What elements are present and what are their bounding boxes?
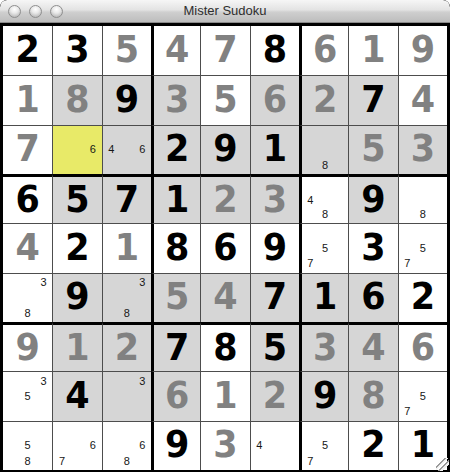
given-digit: 9 bbox=[165, 428, 189, 464]
cell-r3c9[interactable]: 3 bbox=[398, 125, 447, 174]
pencil-mark-7: 7 bbox=[303, 454, 318, 469]
cell-r1c1[interactable]: 2 bbox=[3, 26, 52, 75]
pencil-mark-5: 5 bbox=[415, 241, 430, 256]
cell-r9c6[interactable]: 4 bbox=[250, 421, 299, 470]
given-digit: 2 bbox=[165, 132, 189, 168]
cell-r5c3[interactable]: 1 bbox=[102, 223, 151, 272]
pencil-mark-3: 3 bbox=[135, 373, 150, 388]
cell-r7c9[interactable]: 6 bbox=[398, 322, 447, 371]
given-digit: 2 bbox=[361, 428, 385, 464]
pencil-mark-8: 8 bbox=[415, 208, 430, 223]
user-digit: 3 bbox=[411, 132, 435, 168]
user-digit: 1 bbox=[213, 378, 237, 414]
cell-r6c9[interactable]: 2 bbox=[398, 273, 447, 322]
cell-r2c4[interactable]: 3 bbox=[151, 75, 200, 124]
given-digit: 5 bbox=[65, 182, 89, 218]
pencil-mark-5 bbox=[70, 438, 85, 453]
pencil-mark-3 bbox=[333, 127, 348, 142]
cell-r5c1[interactable]: 4 bbox=[3, 223, 52, 272]
cell-r1c3[interactable]: 5 bbox=[102, 26, 151, 75]
pencil-mark-9 bbox=[431, 404, 446, 419]
cell-r7c8[interactable]: 4 bbox=[348, 322, 397, 371]
cell-r4c7[interactable]: 48 bbox=[299, 174, 348, 223]
pencil-mark-7 bbox=[4, 404, 20, 419]
sudoku-board: 2354786191893562747646291853657123489842… bbox=[0, 23, 450, 472]
pencil-mark-3 bbox=[135, 423, 150, 438]
given-digit: 7 bbox=[115, 182, 139, 218]
given-digit: 8 bbox=[213, 330, 237, 366]
pencil-marks: 46 bbox=[104, 127, 150, 173]
user-digit: 1 bbox=[15, 82, 39, 118]
given-digit: 4 bbox=[65, 378, 89, 414]
cell-r1c5[interactable]: 7 bbox=[200, 26, 249, 75]
pencil-mark-1 bbox=[303, 127, 318, 142]
pencil-mark-4 bbox=[104, 290, 119, 305]
pencil-mark-6 bbox=[36, 389, 52, 404]
cell-r5c5[interactable]: 6 bbox=[200, 223, 249, 272]
cell-r2c5[interactable]: 5 bbox=[200, 75, 249, 124]
pencil-mark-3 bbox=[85, 127, 100, 142]
pencil-mark-5: 5 bbox=[20, 389, 36, 404]
pencil-mark-9 bbox=[283, 454, 298, 469]
cell-r8c6[interactable]: 2 bbox=[250, 371, 299, 420]
pencil-mark-1 bbox=[104, 373, 119, 388]
pencil-mark-7: 7 bbox=[400, 256, 415, 271]
cell-r5c2[interactable]: 2 bbox=[52, 223, 101, 272]
cell-r4c4[interactable]: 1 bbox=[151, 174, 200, 223]
window-title: Mister Sudoku bbox=[183, 0, 266, 22]
user-digit: 3 bbox=[165, 82, 189, 118]
pencil-mark-9 bbox=[36, 404, 52, 419]
cell-r6c5[interactable]: 4 bbox=[200, 273, 249, 322]
cell-r6c4[interactable]: 5 bbox=[151, 273, 200, 322]
user-digit: 1 bbox=[115, 230, 139, 266]
given-digit: 9 bbox=[65, 280, 89, 316]
pencil-marks: 38 bbox=[4, 275, 51, 321]
cell-r9c4[interactable]: 9 bbox=[151, 421, 200, 470]
pencil-marks: 68 bbox=[104, 423, 150, 469]
cell-r2c9[interactable]: 4 bbox=[398, 75, 447, 124]
pencil-mark-3 bbox=[36, 423, 52, 438]
pencil-mark-9 bbox=[431, 208, 446, 223]
pencil-mark-5 bbox=[119, 290, 134, 305]
user-digit: 5 bbox=[213, 82, 237, 118]
pencil-marks: 6 bbox=[54, 127, 100, 173]
app-window: Mister Sudoku 23547861918935627476462918… bbox=[0, 0, 450, 472]
pencil-mark-4 bbox=[400, 193, 415, 208]
pencil-mark-8 bbox=[70, 454, 85, 469]
pencil-mark-4 bbox=[4, 290, 20, 305]
pencil-mark-2 bbox=[119, 373, 134, 388]
pencil-mark-2 bbox=[119, 275, 134, 290]
cell-r3c4[interactable]: 2 bbox=[151, 125, 200, 174]
pencil-mark-6 bbox=[431, 389, 446, 404]
given-digit: 6 bbox=[15, 182, 39, 218]
cell-r8c9[interactable]: 57 bbox=[398, 371, 447, 420]
given-digit: 1 bbox=[263, 132, 287, 168]
pencil-mark-6: 6 bbox=[85, 142, 100, 157]
pencil-mark-9 bbox=[85, 454, 100, 469]
pencil-mark-7 bbox=[104, 306, 119, 321]
pencil-mark-3 bbox=[333, 178, 348, 193]
pencil-mark-6: 6 bbox=[135, 438, 150, 453]
cell-r6c1[interactable]: 38 bbox=[3, 273, 52, 322]
pencil-mark-9 bbox=[135, 306, 150, 321]
pencil-mark-4: 4 bbox=[252, 438, 267, 453]
user-digit: 4 bbox=[15, 230, 39, 266]
pencil-mark-6 bbox=[333, 193, 348, 208]
pencil-mark-6: 6 bbox=[135, 142, 150, 157]
pencil-mark-1 bbox=[104, 423, 119, 438]
pencil-mark-3: 3 bbox=[36, 275, 52, 290]
pencil-mark-1 bbox=[104, 127, 119, 142]
pencil-mark-8 bbox=[70, 158, 85, 173]
cell-r2c7[interactable]: 2 bbox=[299, 75, 348, 124]
given-digit: 1 bbox=[411, 428, 435, 464]
pencil-marks: 3 bbox=[104, 373, 150, 419]
cell-r3c2[interactable]: 6 bbox=[52, 125, 101, 174]
pencil-mark-6 bbox=[135, 290, 150, 305]
given-digit: 5 bbox=[263, 330, 287, 366]
cell-r4c2[interactable]: 5 bbox=[52, 174, 101, 223]
given-digit: 9 bbox=[213, 132, 237, 168]
pencil-mark-1 bbox=[303, 423, 318, 438]
user-digit: 4 bbox=[213, 280, 237, 316]
pencil-mark-2 bbox=[20, 275, 36, 290]
pencil-mark-1 bbox=[400, 373, 415, 388]
user-digit: 9 bbox=[411, 32, 435, 68]
pencil-mark-5 bbox=[415, 193, 430, 208]
cell-r2c2[interactable]: 8 bbox=[52, 75, 101, 124]
pencil-marks: 35 bbox=[4, 373, 51, 419]
pencil-mark-6 bbox=[333, 241, 348, 256]
pencil-mark-8 bbox=[267, 454, 282, 469]
pencil-mark-5 bbox=[318, 142, 333, 157]
pencil-mark-2 bbox=[267, 423, 282, 438]
cell-r4c6[interactable]: 3 bbox=[250, 174, 299, 223]
user-digit: 4 bbox=[411, 82, 435, 118]
pencil-mark-8 bbox=[415, 256, 430, 271]
pencil-mark-8 bbox=[318, 454, 333, 469]
pencil-mark-5: 5 bbox=[318, 438, 333, 453]
resize-grip-icon[interactable] bbox=[436, 458, 449, 471]
cell-r4c1[interactable]: 6 bbox=[3, 174, 52, 223]
pencil-mark-6 bbox=[431, 241, 446, 256]
given-digit: 2 bbox=[411, 280, 435, 316]
cell-r4c9[interactable]: 8 bbox=[398, 174, 447, 223]
user-digit: 2 bbox=[115, 330, 139, 366]
given-digit: 9 bbox=[263, 230, 287, 266]
pencil-mark-9 bbox=[135, 404, 150, 419]
pencil-mark-1 bbox=[4, 423, 20, 438]
cell-r9c3[interactable]: 68 bbox=[102, 421, 151, 470]
pencil-mark-9 bbox=[333, 256, 348, 271]
user-digit: 2 bbox=[213, 182, 237, 218]
cell-r7c2[interactable]: 1 bbox=[52, 322, 101, 371]
pencil-mark-9 bbox=[431, 256, 446, 271]
pencil-mark-2 bbox=[415, 373, 430, 388]
pencil-mark-5: 5 bbox=[20, 438, 36, 453]
cell-r2c8[interactable]: 7 bbox=[348, 75, 397, 124]
cell-r4c5[interactable]: 2 bbox=[200, 174, 249, 223]
pencil-mark-2 bbox=[415, 225, 430, 240]
pencil-marks: 8 bbox=[400, 178, 446, 222]
cell-r6c8[interactable]: 6 bbox=[348, 273, 397, 322]
pencil-mark-2 bbox=[20, 373, 36, 388]
pencil-mark-2 bbox=[415, 178, 430, 193]
given-digit: 2 bbox=[15, 32, 39, 68]
pencil-mark-9 bbox=[333, 454, 348, 469]
close-button[interactable] bbox=[8, 5, 21, 18]
cell-r4c8[interactable]: 9 bbox=[348, 174, 397, 223]
pencil-mark-3 bbox=[431, 225, 446, 240]
cell-r1c6[interactable]: 8 bbox=[250, 26, 299, 75]
pencil-marks: 67 bbox=[54, 423, 100, 469]
pencil-mark-1 bbox=[400, 225, 415, 240]
cell-r4c3[interactable]: 7 bbox=[102, 174, 151, 223]
cell-r8c5[interactable]: 1 bbox=[200, 371, 249, 420]
given-digit: 2 bbox=[65, 230, 89, 266]
pencil-mark-1 bbox=[54, 127, 69, 142]
pencil-mark-7 bbox=[104, 404, 119, 419]
pencil-marks: 57 bbox=[303, 423, 347, 469]
pencil-mark-2 bbox=[119, 423, 134, 438]
pencil-mark-6 bbox=[431, 193, 446, 208]
given-digit: 6 bbox=[213, 230, 237, 266]
user-digit: 6 bbox=[165, 378, 189, 414]
given-digit: 9 bbox=[115, 82, 139, 118]
cell-r3c8[interactable]: 5 bbox=[348, 125, 397, 174]
pencil-marks: 57 bbox=[400, 225, 446, 271]
pencil-mark-6 bbox=[283, 438, 298, 453]
pencil-mark-6 bbox=[333, 438, 348, 453]
pencil-mark-3 bbox=[85, 423, 100, 438]
pencil-mark-2 bbox=[318, 178, 333, 193]
pencil-marks: 4 bbox=[252, 423, 298, 469]
pencil-mark-5 bbox=[119, 142, 134, 157]
pencil-mark-4 bbox=[104, 438, 119, 453]
cell-r1c9[interactable]: 9 bbox=[398, 26, 447, 75]
user-digit: 8 bbox=[65, 82, 89, 118]
pencil-mark-4 bbox=[400, 241, 415, 256]
cell-r1c4[interactable]: 4 bbox=[151, 26, 200, 75]
user-digit: 2 bbox=[313, 82, 337, 118]
pencil-mark-1 bbox=[303, 225, 318, 240]
pencil-mark-7: 7 bbox=[54, 454, 69, 469]
window-titlebar[interactable]: Mister Sudoku bbox=[0, 0, 450, 23]
pencil-mark-5 bbox=[20, 290, 36, 305]
cell-r9c1[interactable]: 58 bbox=[3, 421, 52, 470]
pencil-mark-9 bbox=[36, 454, 52, 469]
pencil-mark-9 bbox=[36, 306, 52, 321]
cell-r7c7[interactable]: 3 bbox=[299, 322, 348, 371]
pencil-mark-4: 4 bbox=[303, 193, 318, 208]
pencil-mark-5: 5 bbox=[318, 241, 333, 256]
pencil-mark-8 bbox=[119, 158, 134, 173]
cell-r8c1[interactable]: 35 bbox=[3, 371, 52, 420]
pencil-mark-8 bbox=[119, 404, 134, 419]
pencil-mark-7 bbox=[104, 454, 119, 469]
cell-r8c8[interactable]: 8 bbox=[348, 371, 397, 420]
pencil-mark-3: 3 bbox=[135, 275, 150, 290]
cell-r5c9[interactable]: 57 bbox=[398, 223, 447, 272]
pencil-mark-7: 7 bbox=[303, 256, 318, 271]
cell-r9c8[interactable]: 2 bbox=[348, 421, 397, 470]
pencil-mark-1 bbox=[400, 178, 415, 193]
pencil-mark-4 bbox=[54, 142, 69, 157]
pencil-mark-4 bbox=[4, 438, 20, 453]
cell-r3c3[interactable]: 46 bbox=[102, 125, 151, 174]
user-digit: 7 bbox=[15, 132, 39, 168]
user-digit: 3 bbox=[263, 182, 287, 218]
pencil-mark-7 bbox=[54, 158, 69, 173]
cell-r5c8[interactable]: 3 bbox=[348, 223, 397, 272]
given-digit: 6 bbox=[361, 280, 385, 316]
pencil-mark-3 bbox=[333, 423, 348, 438]
pencil-mark-8 bbox=[318, 256, 333, 271]
pencil-mark-8 bbox=[20, 404, 36, 419]
user-digit: 4 bbox=[165, 32, 189, 68]
pencil-mark-6 bbox=[135, 389, 150, 404]
cell-r8c7[interactable]: 9 bbox=[299, 371, 348, 420]
cell-r2c1[interactable]: 1 bbox=[3, 75, 52, 124]
pencil-mark-1 bbox=[303, 178, 318, 193]
cell-r3c5[interactable]: 9 bbox=[200, 125, 249, 174]
pencil-mark-4 bbox=[303, 438, 318, 453]
pencil-mark-3 bbox=[431, 178, 446, 193]
given-digit: 3 bbox=[65, 32, 89, 68]
pencil-mark-9 bbox=[333, 208, 348, 223]
pencil-mark-2 bbox=[318, 127, 333, 142]
given-digit: 9 bbox=[361, 182, 385, 218]
user-digit: 6 bbox=[263, 82, 287, 118]
cell-r7c4[interactable]: 7 bbox=[151, 322, 200, 371]
pencil-mark-2 bbox=[318, 225, 333, 240]
pencil-mark-8: 8 bbox=[20, 454, 36, 469]
user-digit: 8 bbox=[361, 378, 385, 414]
pencil-mark-5: 5 bbox=[415, 389, 430, 404]
pencil-mark-1 bbox=[4, 275, 20, 290]
pencil-marks: 57 bbox=[400, 373, 446, 419]
given-digit: 7 bbox=[165, 330, 189, 366]
minimize-button[interactable] bbox=[29, 5, 42, 18]
pencil-mark-2 bbox=[70, 127, 85, 142]
cell-r8c2[interactable]: 4 bbox=[52, 371, 101, 420]
pencil-mark-3 bbox=[333, 225, 348, 240]
cell-r1c7[interactable]: 6 bbox=[299, 26, 348, 75]
pencil-mark-4 bbox=[104, 389, 119, 404]
pencil-mark-2 bbox=[20, 423, 36, 438]
pencil-mark-2 bbox=[318, 423, 333, 438]
pencil-mark-7 bbox=[4, 454, 20, 469]
given-digit: 8 bbox=[165, 230, 189, 266]
cell-r3c6[interactable]: 1 bbox=[250, 125, 299, 174]
cell-r8c3[interactable]: 3 bbox=[102, 371, 151, 420]
pencil-mark-3 bbox=[283, 423, 298, 438]
pencil-mark-3: 3 bbox=[36, 373, 52, 388]
pencil-mark-6 bbox=[36, 290, 52, 305]
cell-r2c3[interactable]: 9 bbox=[102, 75, 151, 124]
pencil-mark-9 bbox=[85, 158, 100, 173]
cell-r8c4[interactable]: 6 bbox=[151, 371, 200, 420]
pencil-mark-6 bbox=[333, 142, 348, 157]
pencil-mark-7 bbox=[252, 454, 267, 469]
pencil-mark-4: 4 bbox=[104, 142, 119, 157]
pencil-mark-9 bbox=[135, 454, 150, 469]
user-digit: 5 bbox=[361, 132, 385, 168]
pencil-mark-3 bbox=[431, 373, 446, 388]
pencil-mark-8: 8 bbox=[119, 306, 134, 321]
given-digit: 9 bbox=[313, 378, 337, 414]
pencil-mark-9 bbox=[135, 158, 150, 173]
cell-r9c5[interactable]: 3 bbox=[200, 421, 249, 470]
cell-r3c7[interactable]: 8 bbox=[299, 125, 348, 174]
cell-r1c2[interactable]: 3 bbox=[52, 26, 101, 75]
pencil-mark-8: 8 bbox=[318, 158, 333, 173]
given-digit: 1 bbox=[165, 182, 189, 218]
cell-r6c6[interactable]: 7 bbox=[250, 273, 299, 322]
cell-r7c5[interactable]: 8 bbox=[200, 322, 249, 371]
cell-r5c7[interactable]: 57 bbox=[299, 223, 348, 272]
pencil-marks: 58 bbox=[4, 423, 51, 469]
cell-r3c1[interactable]: 7 bbox=[3, 125, 52, 174]
cell-r9c2[interactable]: 67 bbox=[52, 421, 101, 470]
traffic-lights bbox=[8, 0, 63, 22]
pencil-mark-1 bbox=[104, 275, 119, 290]
cell-r9c7[interactable]: 57 bbox=[299, 421, 348, 470]
pencil-mark-4 bbox=[400, 389, 415, 404]
cell-r1c8[interactable]: 1 bbox=[348, 26, 397, 75]
pencil-mark-1 bbox=[54, 423, 69, 438]
user-digit: 7 bbox=[213, 32, 237, 68]
pencil-mark-8 bbox=[415, 404, 430, 419]
cell-r5c4[interactable]: 8 bbox=[151, 223, 200, 272]
user-digit: 1 bbox=[361, 32, 385, 68]
pencil-mark-1 bbox=[252, 423, 267, 438]
pencil-mark-4 bbox=[303, 142, 318, 157]
user-digit: 3 bbox=[313, 330, 337, 366]
pencil-mark-5 bbox=[70, 142, 85, 157]
given-digit: 3 bbox=[361, 230, 385, 266]
pencil-mark-3 bbox=[135, 127, 150, 142]
zoom-button[interactable] bbox=[50, 5, 63, 18]
pencil-mark-8: 8 bbox=[119, 454, 134, 469]
cell-r7c6[interactable]: 5 bbox=[250, 322, 299, 371]
pencil-mark-7 bbox=[303, 208, 318, 223]
pencil-mark-7 bbox=[400, 208, 415, 223]
pencil-mark-6 bbox=[36, 438, 52, 453]
given-digit: 7 bbox=[263, 280, 287, 316]
cell-r6c7[interactable]: 1 bbox=[299, 273, 348, 322]
user-digit: 5 bbox=[165, 280, 189, 316]
given-digit: 7 bbox=[361, 82, 385, 118]
pencil-mark-2 bbox=[119, 127, 134, 142]
pencil-mark-1 bbox=[4, 373, 20, 388]
user-digit: 4 bbox=[361, 330, 385, 366]
user-digit: 6 bbox=[411, 330, 435, 366]
user-digit: 9 bbox=[15, 330, 39, 366]
pencil-mark-5 bbox=[267, 438, 282, 453]
pencil-mark-2 bbox=[70, 423, 85, 438]
cell-r7c3[interactable]: 2 bbox=[102, 322, 151, 371]
pencil-mark-6: 6 bbox=[85, 438, 100, 453]
cell-r7c1[interactable]: 9 bbox=[3, 322, 52, 371]
cell-r6c2[interactable]: 9 bbox=[52, 273, 101, 322]
cell-r2c6[interactable]: 6 bbox=[250, 75, 299, 124]
cell-r5c6[interactable]: 9 bbox=[250, 223, 299, 272]
cell-r6c3[interactable]: 38 bbox=[102, 273, 151, 322]
user-digit: 6 bbox=[313, 32, 337, 68]
